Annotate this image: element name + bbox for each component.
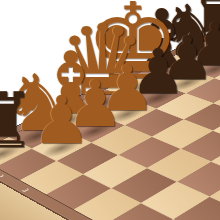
camera-roll-wrapper: 2 3 [0, 0, 220, 220]
board-frame [0, 29, 220, 220]
board-grid [0, 35, 220, 220]
chess-board: 2 3 [0, 29, 220, 220]
chess-set-photo: 2 3 ♜♞♝♛♚♝♞♜♟♟♟♟♟♟ [0, 0, 220, 220]
